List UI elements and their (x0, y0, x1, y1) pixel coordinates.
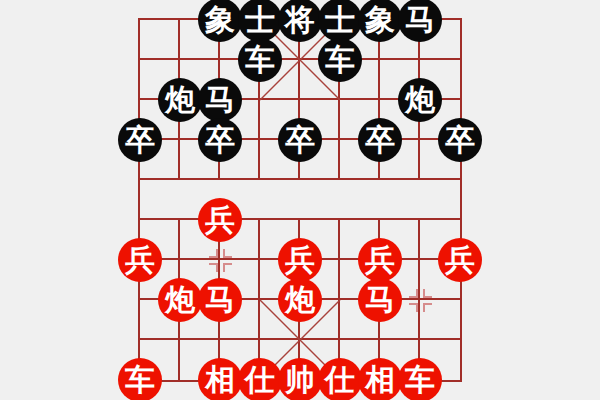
board-cell (260, 180, 300, 220)
marker-corner (423, 289, 432, 298)
piece-black-soldier[interactable]: 卒 (358, 118, 402, 162)
piece-red-horse[interactable]: 马 (198, 278, 242, 322)
piece-black-general[interactable]: 将 (278, 0, 322, 42)
board-cell (140, 180, 180, 220)
piece-red-horse[interactable]: 马 (358, 278, 402, 322)
piece-red-advisor[interactable]: 仕 (318, 358, 362, 400)
piece-red-chariot[interactable]: 车 (398, 358, 442, 400)
board-cell (340, 180, 380, 220)
marker-corner (409, 289, 418, 298)
marker-corner (223, 263, 232, 272)
marker-corner (409, 303, 418, 312)
last-move-marker (409, 289, 432, 312)
piece-red-soldier[interactable]: 兵 (198, 198, 242, 242)
board-cell (140, 20, 180, 60)
piece-black-cannon[interactable]: 炮 (398, 78, 442, 122)
marker-corner (209, 263, 218, 272)
marker-corner (423, 303, 432, 312)
piece-red-general[interactable]: 帅 (278, 358, 322, 400)
piece-red-cannon[interactable]: 炮 (158, 278, 202, 322)
piece-red-soldier[interactable]: 兵 (358, 238, 402, 282)
piece-black-soldier[interactable]: 卒 (278, 118, 322, 162)
board-cell (420, 180, 460, 220)
last-move-marker (209, 249, 232, 272)
marker-corner (223, 249, 232, 258)
piece-red-elephant[interactable]: 相 (198, 358, 242, 400)
piece-black-soldier[interactable]: 卒 (438, 118, 482, 162)
board-cell (300, 180, 340, 220)
marker-corner (209, 249, 218, 258)
piece-black-chariot[interactable]: 车 (238, 38, 282, 82)
piece-red-chariot[interactable]: 车 (118, 358, 162, 400)
piece-black-cannon[interactable]: 炮 (158, 78, 202, 122)
piece-black-horse[interactable]: 马 (398, 0, 442, 42)
piece-black-chariot[interactable]: 车 (318, 38, 362, 82)
xiangqi-board: 象士将士象马车车炮马炮卒卒卒卒卒兵兵兵兵兵炮马炮马车相仕帅仕相车 (0, 0, 600, 400)
piece-red-advisor[interactable]: 仕 (238, 358, 282, 400)
piece-red-soldier[interactable]: 兵 (118, 238, 162, 282)
piece-black-advisor[interactable]: 士 (238, 0, 282, 42)
piece-black-advisor[interactable]: 士 (318, 0, 362, 42)
piece-black-soldier[interactable]: 卒 (198, 118, 242, 162)
piece-red-soldier[interactable]: 兵 (278, 238, 322, 282)
piece-black-horse[interactable]: 马 (198, 78, 242, 122)
board-cell (380, 180, 420, 220)
piece-black-elephant[interactable]: 象 (358, 0, 402, 42)
piece-red-elephant[interactable]: 相 (358, 358, 402, 400)
piece-black-elephant[interactable]: 象 (198, 0, 242, 42)
piece-red-cannon[interactable]: 炮 (278, 278, 322, 322)
piece-red-soldier[interactable]: 兵 (438, 238, 482, 282)
piece-black-soldier[interactable]: 卒 (118, 118, 162, 162)
